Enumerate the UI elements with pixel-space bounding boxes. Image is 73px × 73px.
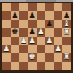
white-pawn-g3[interactable]: ♟ (54, 45, 63, 53)
square-d2[interactable]: ♚ (28, 53, 37, 61)
square-e2[interactable] (37, 53, 46, 61)
square-h5[interactable]: ♜ (62, 28, 71, 36)
square-g3[interactable]: ♟ (54, 45, 63, 53)
square-c2[interactable] (19, 53, 28, 61)
square-c7[interactable] (19, 11, 28, 19)
black-king-b5[interactable]: ♚ (11, 28, 20, 36)
black-pawn-d7[interactable]: ♟ (28, 11, 37, 19)
square-h4[interactable] (62, 37, 71, 45)
white-king-d2[interactable]: ♚ (28, 53, 37, 61)
square-c4[interactable]: ♟ (19, 37, 28, 45)
square-a5[interactable] (2, 28, 11, 36)
chess-app-screenshot: ♟♟♟♟♝♚♟♟♜♟♟♟♟♟♚♜ (0, 0, 73, 73)
white-pawn-c4[interactable]: ♟ (19, 37, 28, 45)
square-d1[interactable] (28, 62, 37, 70)
square-b1[interactable] (11, 62, 20, 70)
square-d7[interactable]: ♟ (28, 11, 37, 19)
square-f2[interactable] (45, 53, 54, 61)
black-pawn-f6[interactable]: ♟ (45, 20, 54, 28)
square-b3[interactable] (11, 45, 20, 53)
square-a6[interactable] (2, 20, 11, 28)
square-e1[interactable] (37, 62, 46, 70)
chess-board: ♟♟♟♟♝♚♟♟♜♟♟♟♟♟♚♜ (2, 3, 71, 70)
white-pawn-a3[interactable]: ♟ (2, 45, 11, 53)
square-f1[interactable] (45, 62, 54, 70)
square-e3[interactable] (37, 45, 46, 53)
square-g6[interactable] (54, 20, 63, 28)
square-g8[interactable] (54, 3, 63, 11)
square-e7[interactable] (37, 11, 46, 19)
black-pawn-b7[interactable]: ♟ (11, 11, 20, 19)
white-pawn-d4[interactable]: ♟ (28, 37, 37, 45)
square-g1[interactable] (54, 62, 63, 70)
square-g7[interactable] (54, 11, 63, 19)
square-h1[interactable] (62, 62, 71, 70)
square-c6[interactable] (19, 20, 28, 28)
top-edge-strip (0, 0, 73, 2)
white-rook-h5[interactable]: ♜ (62, 28, 71, 36)
square-b5[interactable]: ♚ (11, 28, 20, 36)
square-a1[interactable] (2, 62, 11, 70)
top-edge-strip-shade (26, 0, 56, 2)
square-e4[interactable] (37, 37, 46, 45)
square-e8[interactable] (37, 3, 46, 11)
square-b2[interactable] (11, 53, 20, 61)
board-border: ♟♟♟♟♝♚♟♟♜♟♟♟♟♟♚♜ (0, 2, 73, 73)
square-b4[interactable] (11, 37, 20, 45)
square-a3[interactable]: ♟ (2, 45, 11, 53)
square-a2[interactable] (2, 53, 11, 61)
white-rook-h2[interactable]: ♜ (62, 53, 71, 61)
white-pawn-f4[interactable]: ♟ (45, 37, 54, 45)
square-e5[interactable]: ♟ (37, 28, 46, 36)
square-b7[interactable]: ♟ (11, 11, 20, 19)
square-g2[interactable] (54, 53, 63, 61)
square-h2[interactable]: ♜ (62, 53, 71, 61)
square-a8[interactable] (2, 3, 11, 11)
square-g5[interactable] (54, 28, 63, 36)
square-f8[interactable] (45, 3, 54, 11)
square-c1[interactable] (19, 62, 28, 70)
square-d4[interactable]: ♟ (28, 37, 37, 45)
square-a7[interactable] (2, 11, 11, 19)
white-pawn-e5[interactable]: ♟ (37, 28, 46, 36)
square-f4[interactable]: ♟ (45, 37, 54, 45)
square-f6[interactable]: ♟ (45, 20, 54, 28)
square-c8[interactable] (19, 3, 28, 11)
square-c3[interactable] (19, 45, 28, 53)
square-f3[interactable] (45, 45, 54, 53)
